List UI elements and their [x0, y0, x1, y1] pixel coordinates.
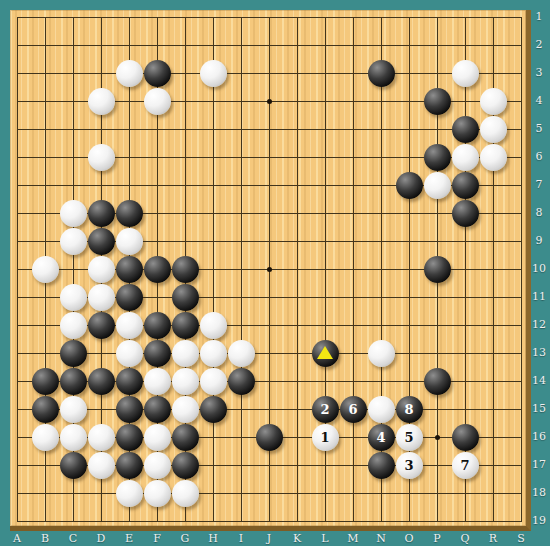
stone-white-G15[interactable]: [172, 396, 199, 423]
stone-black-C13[interactable]: [60, 340, 87, 367]
stone-white-G13[interactable]: [172, 340, 199, 367]
grid-line-horizontal: [17, 409, 522, 410]
stone-white-C16[interactable]: [60, 424, 87, 451]
column-label-J: J: [259, 531, 279, 546]
stone-black-N17[interactable]: [368, 452, 395, 479]
stone-black-E17[interactable]: [116, 452, 143, 479]
column-label-I: I: [231, 531, 251, 546]
stone-white-C11[interactable]: [60, 284, 87, 311]
hoshi-point-J4: [267, 99, 272, 104]
row-label-7: 7: [529, 178, 549, 192]
stone-black-E15[interactable]: [116, 396, 143, 423]
stone-black-M15[interactable]: 6: [340, 396, 367, 423]
stone-black-F3[interactable]: [144, 60, 171, 87]
hoshi-point-J10: [267, 267, 272, 272]
row-label-16: 16: [529, 430, 549, 444]
stone-black-G11[interactable]: [172, 284, 199, 311]
stone-black-O7[interactable]: [396, 172, 423, 199]
stone-black-F15[interactable]: [144, 396, 171, 423]
grid-line-vertical: [521, 17, 522, 522]
stone-white-H3[interactable]: [200, 60, 227, 87]
stone-black-G17[interactable]: [172, 452, 199, 479]
stone-white-F17[interactable]: [144, 452, 171, 479]
move-number-label: 5: [404, 431, 413, 444]
column-label-K: K: [287, 531, 307, 546]
row-label-18: 18: [529, 486, 549, 500]
stone-white-E18[interactable]: [116, 480, 143, 507]
column-label-H: H: [203, 531, 223, 546]
stone-black-N16[interactable]: 4: [368, 424, 395, 451]
stone-white-Q6[interactable]: [452, 144, 479, 171]
move-number-label: 3: [404, 459, 413, 472]
stone-black-P4[interactable]: [424, 88, 451, 115]
stone-white-G18[interactable]: [172, 480, 199, 507]
column-label-R: R: [483, 531, 503, 546]
row-label-5: 5: [529, 122, 549, 136]
move-number-label: 6: [348, 403, 357, 416]
stone-white-D4[interactable]: [88, 88, 115, 115]
column-label-M: M: [343, 531, 363, 546]
move-number-label: 1: [320, 431, 329, 444]
stone-white-F4[interactable]: [144, 88, 171, 115]
row-label-11: 11: [529, 290, 549, 304]
row-label-12: 12: [529, 318, 549, 332]
grid-line-horizontal: [17, 493, 522, 494]
column-label-D: D: [91, 531, 111, 546]
stone-white-R6[interactable]: [480, 144, 507, 171]
stone-white-D10[interactable]: [88, 256, 115, 283]
move-number-label: 4: [376, 431, 385, 444]
row-label-4: 4: [529, 94, 549, 108]
stone-white-D16[interactable]: [88, 424, 115, 451]
column-label-B: B: [35, 531, 55, 546]
stone-black-H15[interactable]: [200, 396, 227, 423]
stone-black-P14[interactable]: [424, 368, 451, 395]
row-label-10: 10: [529, 262, 549, 276]
stone-white-F16[interactable]: [144, 424, 171, 451]
stone-white-N13[interactable]: [368, 340, 395, 367]
stone-white-H14[interactable]: [200, 368, 227, 395]
move-number-label: 7: [460, 459, 469, 472]
stone-black-E10[interactable]: [116, 256, 143, 283]
stone-white-E3[interactable]: [116, 60, 143, 87]
stone-black-D12[interactable]: [88, 312, 115, 339]
stone-white-D11[interactable]: [88, 284, 115, 311]
row-label-19: 19: [529, 514, 549, 528]
stone-white-D17[interactable]: [88, 452, 115, 479]
row-label-8: 8: [529, 206, 549, 220]
row-label-2: 2: [529, 38, 549, 52]
stone-black-G12[interactable]: [172, 312, 199, 339]
stone-white-G14[interactable]: [172, 368, 199, 395]
stone-black-E11[interactable]: [116, 284, 143, 311]
grid-line-horizontal: [17, 353, 522, 354]
stone-white-C8[interactable]: [60, 200, 87, 227]
stone-black-Q16[interactable]: [452, 424, 479, 451]
stone-black-E8[interactable]: [116, 200, 143, 227]
row-label-3: 3: [529, 66, 549, 80]
stone-black-C17[interactable]: [60, 452, 87, 479]
grid-line-vertical: [353, 17, 354, 522]
stone-black-O15[interactable]: 8: [396, 396, 423, 423]
stone-black-F12[interactable]: [144, 312, 171, 339]
stone-black-C14[interactable]: [60, 368, 87, 395]
stone-black-N3[interactable]: [368, 60, 395, 87]
stone-black-I14[interactable]: [228, 368, 255, 395]
stone-black-E14[interactable]: [116, 368, 143, 395]
stone-black-D14[interactable]: [88, 368, 115, 395]
move-number-label: 2: [320, 403, 329, 416]
stone-white-E13[interactable]: [116, 340, 143, 367]
stone-white-R5[interactable]: [480, 116, 507, 143]
stone-black-F10[interactable]: [144, 256, 171, 283]
stone-white-H13[interactable]: [200, 340, 227, 367]
column-label-C: C: [63, 531, 83, 546]
stone-black-P10[interactable]: [424, 256, 451, 283]
stone-black-E16[interactable]: [116, 424, 143, 451]
stone-black-Q8[interactable]: [452, 200, 479, 227]
stone-white-B10[interactable]: [32, 256, 59, 283]
row-label-1: 1: [529, 10, 549, 24]
triangle-marker: [317, 346, 333, 359]
stone-white-Q3[interactable]: [452, 60, 479, 87]
stone-white-C9[interactable]: [60, 228, 87, 255]
stone-white-O17[interactable]: 3: [396, 452, 423, 479]
move-number-label: 8: [404, 403, 413, 416]
stone-white-L16[interactable]: 1: [312, 424, 339, 451]
stone-black-L15[interactable]: 2: [312, 396, 339, 423]
stone-black-B14[interactable]: [32, 368, 59, 395]
stone-white-O16[interactable]: 5: [396, 424, 423, 451]
stone-black-D8[interactable]: [88, 200, 115, 227]
stone-white-B16[interactable]: [32, 424, 59, 451]
stone-white-N15[interactable]: [368, 396, 395, 423]
stone-white-D6[interactable]: [88, 144, 115, 171]
column-label-F: F: [147, 531, 167, 546]
stone-white-H12[interactable]: [200, 312, 227, 339]
grid-line-horizontal: [17, 521, 522, 522]
stone-black-P6[interactable]: [424, 144, 451, 171]
stone-white-F18[interactable]: [144, 480, 171, 507]
stone-white-C12[interactable]: [60, 312, 87, 339]
column-label-A: A: [7, 531, 27, 546]
column-label-G: G: [175, 531, 195, 546]
row-label-13: 13: [529, 346, 549, 360]
column-label-Q: Q: [455, 531, 475, 546]
hoshi-point-P16: [435, 435, 440, 440]
go-board-app: 26814537ABCDEFGHIJKLMNOPQRS1234567891011…: [0, 0, 550, 546]
stone-black-G16[interactable]: [172, 424, 199, 451]
column-label-E: E: [119, 531, 139, 546]
column-label-L: L: [315, 531, 335, 546]
row-label-9: 9: [529, 234, 549, 248]
stone-black-D9[interactable]: [88, 228, 115, 255]
column-label-S: S: [511, 531, 531, 546]
stone-white-C15[interactable]: [60, 396, 87, 423]
stone-white-E9[interactable]: [116, 228, 143, 255]
column-label-N: N: [371, 531, 391, 546]
stone-black-G10[interactable]: [172, 256, 199, 283]
row-label-17: 17: [529, 458, 549, 472]
stone-black-Q7[interactable]: [452, 172, 479, 199]
stone-black-F13[interactable]: [144, 340, 171, 367]
row-label-14: 14: [529, 374, 549, 388]
stone-white-I13[interactable]: [228, 340, 255, 367]
stone-black-L13[interactable]: [312, 340, 339, 367]
stone-black-Q5[interactable]: [452, 116, 479, 143]
column-label-O: O: [399, 531, 419, 546]
row-label-15: 15: [529, 402, 549, 416]
stone-black-J16[interactable]: [256, 424, 283, 451]
column-label-P: P: [427, 531, 447, 546]
stone-white-F14[interactable]: [144, 368, 171, 395]
stone-white-R4[interactable]: [480, 88, 507, 115]
stone-white-P7[interactable]: [424, 172, 451, 199]
grid-line-vertical: [297, 17, 298, 522]
stone-white-E12[interactable]: [116, 312, 143, 339]
row-label-6: 6: [529, 150, 549, 164]
stone-black-B15[interactable]: [32, 396, 59, 423]
stone-white-Q17[interactable]: 7: [452, 452, 479, 479]
